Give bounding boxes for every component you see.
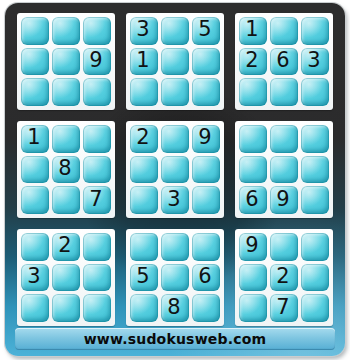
cell-r2c6[interactable] [192, 48, 220, 76]
cell-r1c1[interactable] [21, 17, 49, 45]
cell-r1c3[interactable] [83, 17, 111, 45]
cell-r5c5[interactable] [161, 156, 189, 184]
cell-r4c4: 2 [130, 125, 158, 153]
cell-r2c8: 6 [270, 48, 298, 76]
box-3-2: 568 [126, 229, 224, 326]
box-1-1: 9 [17, 13, 115, 110]
page-background: 935112631872936923568927 www.sudokusweb.… [0, 0, 350, 360]
cell-r5c8[interactable] [270, 156, 298, 184]
given-digit: 2 [58, 235, 71, 256]
cell-r7c6[interactable] [192, 233, 220, 261]
cell-r4c6: 9 [192, 125, 220, 153]
cell-r3c4[interactable] [130, 78, 158, 106]
cell-r7c9[interactable] [301, 233, 329, 261]
box-2-1: 187 [17, 121, 115, 218]
given-digit: 1 [136, 50, 149, 71]
cell-r8c7[interactable] [239, 264, 267, 292]
given-digit: 5 [136, 266, 149, 287]
given-digit: 6 [245, 189, 258, 210]
cell-r5c6[interactable] [192, 156, 220, 184]
cell-r7c2: 2 [52, 233, 80, 261]
cell-r2c2[interactable] [52, 48, 80, 76]
cell-r4c1: 1 [21, 125, 49, 153]
cell-r2c5[interactable] [161, 48, 189, 76]
cell-r6c1[interactable] [21, 186, 49, 214]
given-digit: 3 [167, 189, 180, 210]
cell-r6c2[interactable] [52, 186, 80, 214]
cell-r6c9[interactable] [301, 186, 329, 214]
cell-r6c8: 9 [270, 186, 298, 214]
cell-r8c1: 3 [21, 264, 49, 292]
cell-r4c8[interactable] [270, 125, 298, 153]
cell-r5c3[interactable] [83, 156, 111, 184]
cell-r9c5: 8 [161, 294, 189, 322]
cell-r9c6[interactable] [192, 294, 220, 322]
cell-r6c4[interactable] [130, 186, 158, 214]
cell-r3c8[interactable] [270, 78, 298, 106]
cell-r7c7: 9 [239, 233, 267, 261]
cell-r4c9[interactable] [301, 125, 329, 153]
cell-r9c4[interactable] [130, 294, 158, 322]
cell-r3c1[interactable] [21, 78, 49, 106]
given-digit: 9 [89, 50, 102, 71]
cell-r2c7: 2 [239, 48, 267, 76]
given-digit: 1 [27, 127, 40, 148]
given-digit: 6 [276, 50, 289, 71]
cell-r6c5: 3 [161, 186, 189, 214]
given-digit: 2 [245, 50, 258, 71]
given-digit: 3 [136, 19, 149, 40]
cell-r3c7[interactable] [239, 78, 267, 106]
sudoku-panel: 935112631872936923568927 www.sudokusweb.… [5, 3, 345, 356]
cell-r9c1[interactable] [21, 294, 49, 322]
cell-r8c4: 5 [130, 264, 158, 292]
cell-r6c3: 7 [83, 186, 111, 214]
box-2-3: 69 [235, 121, 333, 218]
cell-r4c5[interactable] [161, 125, 189, 153]
cell-r9c9[interactable] [301, 294, 329, 322]
cell-r8c8: 2 [270, 264, 298, 292]
footer-bar: www.sudokusweb.com [15, 328, 335, 350]
given-digit: 8 [167, 297, 180, 318]
cell-r8c5[interactable] [161, 264, 189, 292]
cell-r8c3[interactable] [83, 264, 111, 292]
cell-r3c9[interactable] [301, 78, 329, 106]
given-digit: 6 [198, 266, 211, 287]
box-2-2: 293 [126, 121, 224, 218]
given-digit: 9 [245, 235, 258, 256]
cell-r1c5[interactable] [161, 17, 189, 45]
cell-r2c9: 3 [301, 48, 329, 76]
cell-r2c4: 1 [130, 48, 158, 76]
cell-r4c7[interactable] [239, 125, 267, 153]
given-digit: 1 [245, 19, 258, 40]
box-1-3: 1263 [235, 13, 333, 110]
given-digit: 9 [198, 127, 211, 148]
cell-r3c3[interactable] [83, 78, 111, 106]
cell-r2c3: 9 [83, 48, 111, 76]
cell-r4c2[interactable] [52, 125, 80, 153]
given-digit: 7 [89, 189, 102, 210]
cell-r9c2[interactable] [52, 294, 80, 322]
cell-r7c3[interactable] [83, 233, 111, 261]
given-digit: 2 [276, 266, 289, 287]
given-digit: 3 [27, 266, 40, 287]
box-3-1: 23 [17, 229, 115, 326]
given-digit: 8 [58, 158, 71, 179]
given-digit: 3 [307, 50, 320, 71]
given-digit: 7 [276, 297, 289, 318]
cell-r1c6: 5 [192, 17, 220, 45]
cell-r9c7[interactable] [239, 294, 267, 322]
cell-r3c2[interactable] [52, 78, 80, 106]
cell-r5c9[interactable] [301, 156, 329, 184]
cell-r5c7[interactable] [239, 156, 267, 184]
sudoku-board: 935112631872936923568927 [17, 13, 333, 326]
cell-r1c2[interactable] [52, 17, 80, 45]
cell-r1c4: 3 [130, 17, 158, 45]
box-3-3: 927 [235, 229, 333, 326]
cell-r5c1[interactable] [21, 156, 49, 184]
cell-r3c5[interactable] [161, 78, 189, 106]
cell-r8c9[interactable] [301, 264, 329, 292]
cell-r9c8: 7 [270, 294, 298, 322]
cell-r7c8[interactable] [270, 233, 298, 261]
cell-r5c2: 8 [52, 156, 80, 184]
cell-r1c8[interactable] [270, 17, 298, 45]
cell-r6c6[interactable] [192, 186, 220, 214]
cell-r5c4[interactable] [130, 156, 158, 184]
cell-r9c3[interactable] [83, 294, 111, 322]
box-1-2: 351 [126, 13, 224, 110]
cell-r1c7: 1 [239, 17, 267, 45]
cell-r7c1[interactable] [21, 233, 49, 261]
website-link[interactable]: www.sudokusweb.com [84, 331, 267, 347]
cell-r4c3[interactable] [83, 125, 111, 153]
cell-r3c6[interactable] [192, 78, 220, 106]
given-digit: 9 [276, 189, 289, 210]
cell-r2c1[interactable] [21, 48, 49, 76]
given-digit: 5 [198, 19, 211, 40]
cell-r7c4[interactable] [130, 233, 158, 261]
cell-r8c6: 6 [192, 264, 220, 292]
cell-r8c2[interactable] [52, 264, 80, 292]
cell-r7c5[interactable] [161, 233, 189, 261]
cell-r1c9[interactable] [301, 17, 329, 45]
given-digit: 2 [136, 127, 149, 148]
cell-r6c7: 6 [239, 186, 267, 214]
